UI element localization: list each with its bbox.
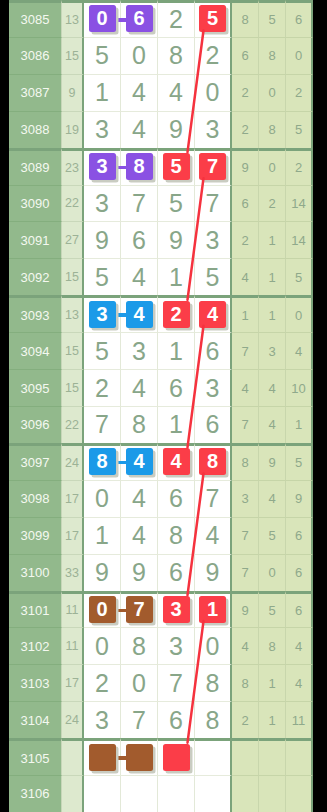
digit-cell: 7 <box>121 591 158 628</box>
stat-cell: 14 <box>286 185 313 222</box>
digit-cell: 9 <box>158 221 195 258</box>
digit-cell: 8 <box>195 664 232 701</box>
stat-cell: 2 <box>286 74 313 111</box>
period-cell: 3099 <box>9 517 62 554</box>
stat-cell: 3 <box>232 480 259 517</box>
stat-cell: 7 <box>232 332 259 369</box>
digit-cell: 8 <box>158 37 195 74</box>
sum-cell: 19 <box>62 111 84 148</box>
sum-cell <box>62 738 84 775</box>
digit-cell: 5 <box>84 258 121 295</box>
digit-cell: 2 <box>158 0 195 37</box>
period-cell: 3102 <box>9 627 62 664</box>
highlight-box-red: 5 <box>163 153 190 180</box>
digit-cell: 5 <box>195 0 232 37</box>
digit-cell: 7 <box>195 480 232 517</box>
digit-cell: 3 <box>158 591 195 628</box>
digit-cell: 8 <box>195 443 232 480</box>
digit-cell: 4 <box>158 74 195 111</box>
digit-cell: 6 <box>158 701 195 738</box>
stat-cell: 6 <box>286 517 313 554</box>
period-cell: 3086 <box>9 37 62 74</box>
digit-cell: 0 <box>84 591 121 628</box>
phone-letterbox: { "game": "lottery-digit-trend-chart", "… <box>0 0 327 812</box>
digit-cell: 4 <box>121 480 158 517</box>
digit-cell: 3 <box>195 369 232 406</box>
digit-cell: 3 <box>84 295 121 332</box>
stat-cell: 0 <box>286 295 313 332</box>
stat-cell: 9 <box>232 591 259 628</box>
highlight-box-blue: 8 <box>89 448 116 475</box>
stat-cell: 8 <box>259 111 286 148</box>
digit-cell: 0 <box>121 37 158 74</box>
stat-cell: 10 <box>286 369 313 406</box>
period-cell: 3106 <box>9 775 62 812</box>
sum-cell: 27 <box>62 221 84 258</box>
stat-cell: 6 <box>286 591 313 628</box>
stat-cell: 4 <box>259 369 286 406</box>
stat-cell: 4 <box>286 332 313 369</box>
stat-cell: 1 <box>259 701 286 738</box>
stat-cell: 1 <box>286 406 313 443</box>
stat-cell: 5 <box>286 111 313 148</box>
stat-cell: 1 <box>259 221 286 258</box>
stat-cell: 2 <box>232 74 259 111</box>
sum-cell: 11 <box>62 591 84 628</box>
trend-grid: 3085130625856308615508268030879144020230… <box>9 0 313 812</box>
sum-cell: 17 <box>62 664 84 701</box>
sum-cell: 22 <box>62 185 84 222</box>
digit-cell: 7 <box>158 664 195 701</box>
stat-cell: 1 <box>259 664 286 701</box>
highlight-box-red: 3 <box>163 596 190 623</box>
highlight-box-brown <box>89 744 116 771</box>
digit-cell: 0 <box>195 74 232 111</box>
stat-cell: 1 <box>232 295 259 332</box>
stat-cell: 8 <box>232 0 259 37</box>
digit-cell: 5 <box>195 258 232 295</box>
digit-cell: 2 <box>84 664 121 701</box>
stat-cell: 8 <box>232 443 259 480</box>
digit-cell: 0 <box>195 627 232 664</box>
digit-cell: 7 <box>121 701 158 738</box>
stat-cell: 4 <box>232 627 259 664</box>
stat-cell: 5 <box>286 258 313 295</box>
sum-cell: 24 <box>62 701 84 738</box>
period-cell: 3090 <box>9 185 62 222</box>
stat-cell: 6 <box>286 554 313 591</box>
sum-cell: 24 <box>62 443 84 480</box>
period-cell: 3095 <box>9 369 62 406</box>
period-cell: 3105 <box>9 738 62 775</box>
stat-cell: 4 <box>259 480 286 517</box>
stat-cell: 5 <box>286 443 313 480</box>
stat-cell: 8 <box>232 664 259 701</box>
digit-cell: 3 <box>84 111 121 148</box>
digit-cell: 3 <box>121 332 158 369</box>
digit-cell: 4 <box>195 295 232 332</box>
stat-cell: 4 <box>259 406 286 443</box>
stat-cell: 7 <box>232 406 259 443</box>
sum-cell: 13 <box>62 0 84 37</box>
digit-cell: 3 <box>84 701 121 738</box>
digit-cell: 8 <box>195 701 232 738</box>
stat-cell: 0 <box>286 37 313 74</box>
stat-cell: 5 <box>259 0 286 37</box>
digit-cell: 4 <box>121 74 158 111</box>
period-cell: 3089 <box>9 148 62 185</box>
digit-cell: 6 <box>195 332 232 369</box>
sum-cell: 9 <box>62 74 84 111</box>
digit-cell: 0 <box>121 664 158 701</box>
lottery-trend-table: 3085130625856308615508268030879144020230… <box>9 0 313 812</box>
digit-cell: 6 <box>195 406 232 443</box>
stat-cell: 9 <box>259 443 286 480</box>
sum-cell: 17 <box>62 480 84 517</box>
digit-cell: 6 <box>121 0 158 37</box>
stat-cell: 7 <box>232 554 259 591</box>
sum-cell: 15 <box>62 258 84 295</box>
highlight-box-brown: 0 <box>89 596 116 623</box>
period-cell: 3092 <box>9 258 62 295</box>
digit-cell: 7 <box>195 148 232 185</box>
digit-cell <box>121 738 158 775</box>
highlight-box-red: 7 <box>199 153 226 180</box>
digit-cell: 8 <box>84 443 121 480</box>
digit-cell: 9 <box>195 554 232 591</box>
stat-cell <box>232 775 259 812</box>
stat-cell: 2 <box>232 111 259 148</box>
highlight-box-brown: 7 <box>126 596 153 623</box>
highlight-box-red <box>163 744 190 771</box>
digit-cell: 6 <box>158 480 195 517</box>
digit-cell <box>195 775 232 812</box>
digit-cell: 1 <box>158 332 195 369</box>
stat-cell: 0 <box>259 148 286 185</box>
stat-cell: 9 <box>232 148 259 185</box>
digit-cell: 9 <box>121 554 158 591</box>
digit-cell: 8 <box>121 406 158 443</box>
stat-cell: 3 <box>259 332 286 369</box>
digit-cell: 0 <box>84 0 121 37</box>
digit-cell: 0 <box>84 627 121 664</box>
digit-cell <box>84 738 121 775</box>
period-cell: 3096 <box>9 406 62 443</box>
digit-cell: 7 <box>84 406 121 443</box>
stat-cell: 11 <box>286 701 313 738</box>
period-cell: 3098 <box>9 480 62 517</box>
digit-cell: 3 <box>195 111 232 148</box>
stat-cell: 1 <box>259 258 286 295</box>
stat-cell: 14 <box>286 221 313 258</box>
stat-cell: 8 <box>259 627 286 664</box>
digit-cell <box>158 738 195 775</box>
digit-cell <box>84 775 121 812</box>
sum-cell: 15 <box>62 369 84 406</box>
period-cell: 3087 <box>9 74 62 111</box>
stat-cell: 0 <box>259 74 286 111</box>
highlight-box-red: 4 <box>163 448 190 475</box>
stat-cell: 8 <box>259 37 286 74</box>
digit-cell: 3 <box>158 627 195 664</box>
highlight-box-purple: 0 <box>89 5 116 32</box>
digit-cell: 1 <box>195 591 232 628</box>
digit-cell: 3 <box>84 185 121 222</box>
period-cell: 3093 <box>9 295 62 332</box>
highlight-box-brown <box>126 744 153 771</box>
stat-cell <box>259 738 286 775</box>
stat-cell <box>232 738 259 775</box>
stat-cell: 1 <box>259 295 286 332</box>
highlight-box-blue: 3 <box>89 301 116 328</box>
stat-cell: 7 <box>232 517 259 554</box>
highlight-box-purple: 8 <box>126 153 153 180</box>
highlight-box-purple: 6 <box>126 5 153 32</box>
digit-cell: 7 <box>121 185 158 222</box>
digit-cell: 6 <box>121 221 158 258</box>
digit-cell: 2 <box>84 369 121 406</box>
stat-cell: 5 <box>259 517 286 554</box>
stat-cell: 2 <box>286 148 313 185</box>
stat-cell: 4 <box>286 627 313 664</box>
period-cell: 3094 <box>9 332 62 369</box>
period-cell: 3101 <box>9 591 62 628</box>
stat-cell <box>286 775 313 812</box>
stat-cell: 5 <box>259 591 286 628</box>
period-cell: 3097 <box>9 443 62 480</box>
digit-cell: 4 <box>158 443 195 480</box>
digit-cell: 5 <box>84 332 121 369</box>
digit-cell: 1 <box>158 406 195 443</box>
digit-cell: 3 <box>195 221 232 258</box>
digit-cell: 6 <box>158 369 195 406</box>
sum-cell: 15 <box>62 37 84 74</box>
highlight-box-blue: 4 <box>126 301 153 328</box>
stat-cell: 0 <box>259 554 286 591</box>
stat-cell: 2 <box>232 221 259 258</box>
digit-cell: 2 <box>158 295 195 332</box>
digit-cell: 8 <box>121 627 158 664</box>
digit-cell: 4 <box>121 443 158 480</box>
stat-cell: 9 <box>286 480 313 517</box>
digit-cell: 7 <box>195 185 232 222</box>
digit-cell: 9 <box>158 111 195 148</box>
digit-cell: 4 <box>121 295 158 332</box>
period-cell: 3088 <box>9 111 62 148</box>
digit-cell: 9 <box>84 554 121 591</box>
highlight-box-red: 4 <box>199 301 226 328</box>
highlight-box-red: 1 <box>199 596 226 623</box>
digit-cell: 1 <box>158 258 195 295</box>
stat-cell: 2 <box>232 701 259 738</box>
highlight-box-purple: 3 <box>89 153 116 180</box>
digit-cell: 9 <box>84 221 121 258</box>
stat-cell: 4 <box>286 664 313 701</box>
digit-cell: 1 <box>84 74 121 111</box>
digit-cell: 0 <box>84 480 121 517</box>
digit-cell: 5 <box>84 37 121 74</box>
stat-cell: 4 <box>232 369 259 406</box>
sum-cell: 15 <box>62 332 84 369</box>
digit-cell: 4 <box>121 111 158 148</box>
sum-cell: 13 <box>62 295 84 332</box>
digit-cell: 8 <box>158 517 195 554</box>
digit-cell: 4 <box>195 517 232 554</box>
digit-cell <box>195 738 232 775</box>
sum-cell: 22 <box>62 406 84 443</box>
digit-cell: 4 <box>121 517 158 554</box>
stat-cell: 6 <box>232 185 259 222</box>
period-cell: 3104 <box>9 701 62 738</box>
highlight-box-red: 2 <box>163 301 190 328</box>
digit-cell: 3 <box>84 148 121 185</box>
highlight-box-blue: 4 <box>126 448 153 475</box>
stat-cell: 6 <box>232 37 259 74</box>
stat-cell <box>259 775 286 812</box>
stat-cell: 6 <box>286 0 313 37</box>
digit-cell: 5 <box>158 148 195 185</box>
stat-cell: 2 <box>259 185 286 222</box>
digit-cell: 5 <box>158 185 195 222</box>
digit-cell: 1 <box>84 517 121 554</box>
sum-cell: 23 <box>62 148 84 185</box>
period-cell: 3085 <box>9 0 62 37</box>
digit-cell: 4 <box>121 369 158 406</box>
digit-cell <box>158 775 195 812</box>
digit-cell: 4 <box>121 258 158 295</box>
stat-cell: 4 <box>232 258 259 295</box>
highlight-box-red: 5 <box>199 5 226 32</box>
period-cell: 3091 <box>9 221 62 258</box>
digit-cell: 2 <box>195 37 232 74</box>
digit-cell <box>121 775 158 812</box>
sum-cell: 11 <box>62 627 84 664</box>
sum-cell: 17 <box>62 517 84 554</box>
digit-cell: 6 <box>158 554 195 591</box>
stat-cell <box>286 738 313 775</box>
digit-cell: 8 <box>121 148 158 185</box>
period-cell: 3100 <box>9 554 62 591</box>
sum-cell: 33 <box>62 554 84 591</box>
sum-cell <box>62 775 84 812</box>
period-cell: 3103 <box>9 664 62 701</box>
highlight-box-red: 8 <box>199 448 226 475</box>
